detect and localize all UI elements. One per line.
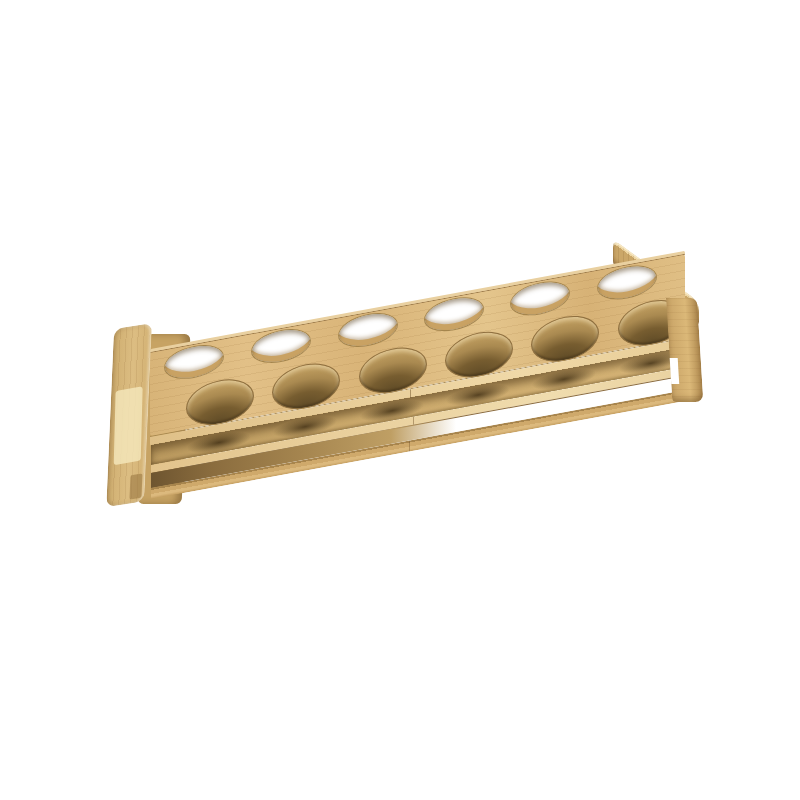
pit-r0-c0 (164, 340, 224, 383)
pit-r0-c1 (251, 324, 311, 367)
pit-r0-c4 (510, 277, 570, 320)
end-panel-left (106, 323, 152, 507)
pit-r0-c2 (338, 308, 398, 351)
end-panel-left-light-patch (114, 386, 143, 465)
pit-r0-c3 (424, 293, 484, 336)
scene (0, 0, 800, 800)
left-foot-joint (129, 473, 142, 499)
right-foot-notch (670, 358, 680, 384)
pit-r0-c5 (597, 261, 657, 304)
end-panel-right-foot (666, 298, 703, 402)
